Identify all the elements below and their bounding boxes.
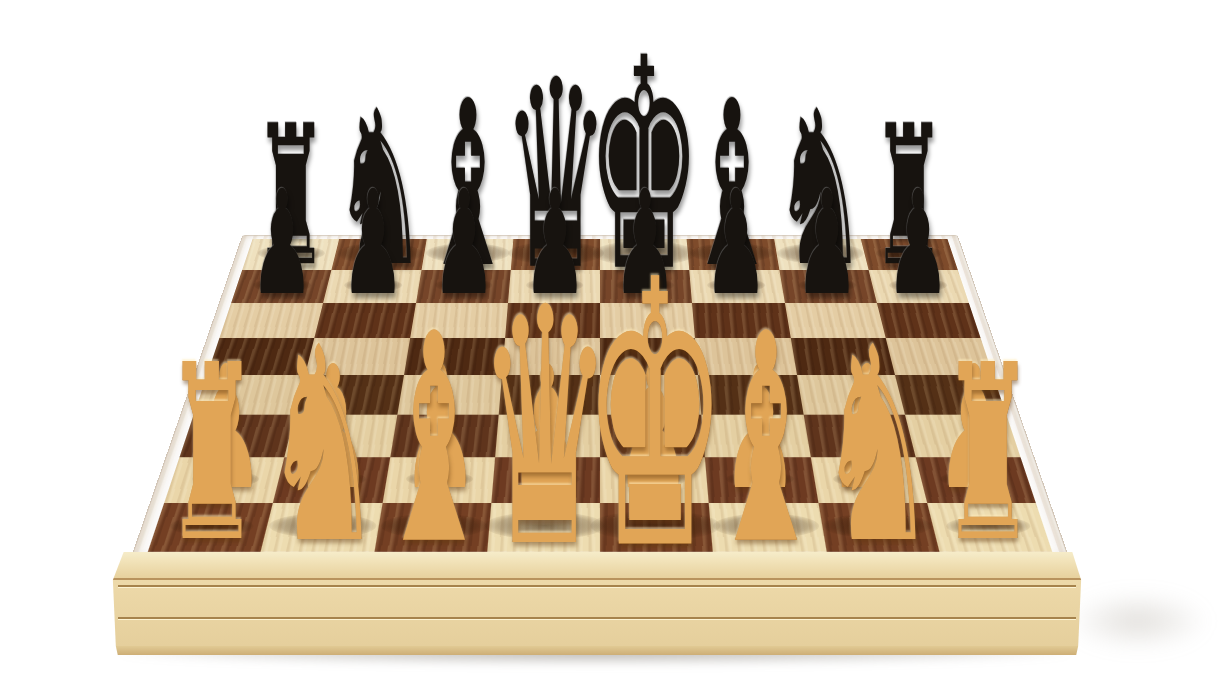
piece-white-rook[interactable]: ♜ [942,332,1036,575]
chess-set-photo: ♜♞♝♛♚♝♞♜♟♟♟♟♟♟♟♟♟♟♟♟♟♟♟♟♜♞♝♛♚♝♞♜ [0,0,1218,694]
piece-white-knight[interactable]: ♞ [817,312,937,581]
piece-white-knight[interactable]: ♞ [262,312,382,581]
pieces-layer: ♜♞♝♛♚♝♞♜♟♟♟♟♟♟♟♟♟♟♟♟♟♟♟♟♜♞♝♛♚♝♞♜ [0,0,1218,694]
piece-white-rook[interactable]: ♜ [165,332,259,575]
piece-white-bishop[interactable]: ♝ [707,296,826,584]
piece-white-bishop[interactable]: ♝ [374,296,493,584]
